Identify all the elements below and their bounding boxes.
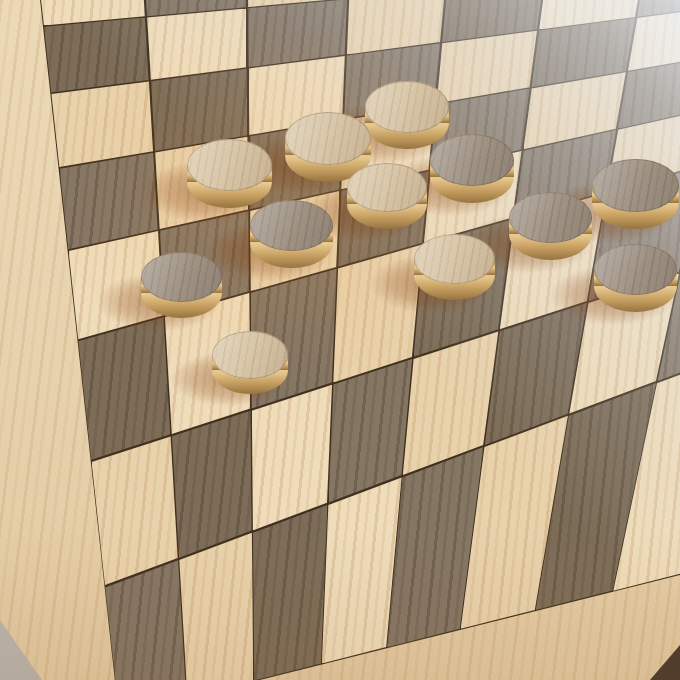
checker-piece-tan-l[interactable] (212, 331, 288, 394)
checker-piece-tan-c[interactable] (187, 139, 272, 209)
piece-top-face (285, 112, 371, 165)
piece-top-face (141, 252, 222, 302)
square-r6c1[interactable] (78, 317, 170, 460)
checker-piece-gray-h[interactable] (509, 192, 592, 260)
checker-piece-gray-i[interactable] (141, 252, 222, 319)
checker-piece-gray-f[interactable] (250, 200, 332, 267)
piece-top-face (509, 192, 592, 244)
square-r8c3[interactable] (253, 505, 327, 680)
piece-top-face (212, 331, 288, 378)
checker-piece-tan-j[interactable] (414, 234, 495, 301)
square-r2c2[interactable] (147, 9, 246, 80)
piece-top-face (430, 134, 514, 186)
checker-piece-tan-e[interactable] (347, 163, 428, 229)
piece-top-face (187, 139, 272, 192)
checkers-board-photo (0, 0, 680, 680)
piece-top-face (592, 159, 679, 213)
piece-top-face (250, 200, 332, 251)
square-r2c1[interactable] (44, 18, 149, 93)
checker-piece-gray-g[interactable] (592, 159, 679, 230)
piece-top-face (414, 234, 495, 284)
piece-top-face (365, 81, 449, 133)
checker-piece-gray-k[interactable] (594, 244, 677, 312)
checker-piece-gray-d[interactable] (430, 134, 514, 203)
piece-top-face (347, 163, 428, 213)
piece-top-face (594, 244, 677, 295)
